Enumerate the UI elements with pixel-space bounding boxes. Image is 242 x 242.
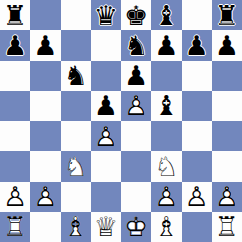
square-d1[interactable]: ♛♕ [91,212,121,242]
square-c3[interactable]: ♞♘ [61,151,91,181]
piece-white-pawn[interactable]: ♟♙ [182,182,212,212]
piece-white-pawn[interactable]: ♟♙ [91,121,121,151]
square-d8[interactable]: ♛ [91,0,121,30]
piece-black-pawn[interactable]: ♟ [121,61,151,91]
square-f4[interactable] [151,121,181,151]
square-d7[interactable] [91,30,121,60]
piece-white-king[interactable]: ♚♔ [121,212,151,242]
piece-white-rook[interactable]: ♜♖ [0,212,30,242]
square-e4[interactable] [121,121,151,151]
square-a7[interactable]: ♟ [0,30,30,60]
piece-black-pawn[interactable]: ♟ [182,30,212,60]
square-g2[interactable]: ♟♙ [182,182,212,212]
piece-white-pawn[interactable]: ♟♙ [121,91,151,121]
square-g7[interactable]: ♟ [182,30,212,60]
square-h3[interactable] [212,151,242,181]
square-e2[interactable] [121,182,151,212]
black-pawn-icon: ♟ [0,30,30,60]
square-a6[interactable] [0,61,30,91]
black-rook-icon: ♜ [212,0,242,30]
piece-black-knight[interactable]: ♞ [121,30,151,60]
piece-black-pawn[interactable]: ♟ [151,30,181,60]
square-c4[interactable] [61,121,91,151]
square-b7[interactable]: ♟ [30,30,60,60]
piece-black-rook[interactable]: ♜ [212,0,242,30]
black-bishop-icon: ♝ [151,91,181,121]
piece-white-knight[interactable]: ♞♘ [151,151,181,181]
square-e3[interactable] [121,151,151,181]
piece-black-pawn[interactable]: ♟ [212,30,242,60]
square-h2[interactable]: ♟♙ [212,182,242,212]
white-pawn-outline-icon: ♙ [91,121,121,151]
black-queen-icon: ♛ [91,0,121,30]
black-king-icon: ♚ [121,0,151,30]
piece-black-pawn[interactable]: ♟ [30,30,60,60]
square-e8[interactable]: ♚ [121,0,151,30]
piece-white-queen[interactable]: ♛♕ [91,212,121,242]
square-b6[interactable] [30,61,60,91]
white-knight-outline-icon: ♘ [151,151,181,181]
square-b2[interactable]: ♟♙ [30,182,60,212]
square-f5[interactable]: ♝ [151,91,181,121]
white-rook-outline-icon: ♖ [212,212,242,242]
square-h7[interactable]: ♟ [212,30,242,60]
black-knight-icon: ♞ [121,30,151,60]
square-g6[interactable] [182,61,212,91]
piece-white-pawn[interactable]: ♟♙ [30,182,60,212]
square-c1[interactable]: ♝♗ [61,212,91,242]
piece-black-pawn[interactable]: ♟ [91,91,121,121]
square-d2[interactable] [91,182,121,212]
piece-white-pawn[interactable]: ♟♙ [212,182,242,212]
black-bishop-icon: ♝ [151,0,181,30]
square-a4[interactable] [0,121,30,151]
square-e7[interactable]: ♞ [121,30,151,60]
square-c8[interactable] [61,0,91,30]
white-knight-outline-icon: ♘ [61,151,91,181]
square-a5[interactable] [0,91,30,121]
square-g8[interactable] [182,0,212,30]
white-pawn-outline-icon: ♙ [30,182,60,212]
square-f6[interactable] [151,61,181,91]
black-pawn-icon: ♟ [121,61,151,91]
white-bishop-outline-icon: ♗ [151,212,181,242]
piece-black-bishop[interactable]: ♝ [151,91,181,121]
square-d4[interactable]: ♟♙ [91,121,121,151]
square-f1[interactable]: ♝♗ [151,212,181,242]
black-knight-icon: ♞ [61,61,91,91]
piece-black-pawn[interactable]: ♟ [0,30,30,60]
square-g1[interactable] [182,212,212,242]
square-f3[interactable]: ♞♘ [151,151,181,181]
square-a8[interactable]: ♜ [0,0,30,30]
piece-white-bishop[interactable]: ♝♗ [151,212,181,242]
black-pawn-icon: ♟ [91,91,121,121]
piece-black-king[interactable]: ♚ [121,0,151,30]
square-a2[interactable]: ♟♙ [0,182,30,212]
square-h8[interactable]: ♜ [212,0,242,30]
white-rook-outline-icon: ♖ [0,212,30,242]
white-pawn-outline-icon: ♙ [182,182,212,212]
square-f2[interactable]: ♟♙ [151,182,181,212]
white-pawn-outline-icon: ♙ [121,91,151,121]
square-b3[interactable] [30,151,60,181]
square-e1[interactable]: ♚♔ [121,212,151,242]
piece-white-pawn[interactable]: ♟♙ [151,182,181,212]
square-f8[interactable]: ♝ [151,0,181,30]
square-h1[interactable]: ♜♖ [212,212,242,242]
black-pawn-icon: ♟ [30,30,60,60]
white-pawn-outline-icon: ♙ [151,182,181,212]
square-a3[interactable] [0,151,30,181]
square-c7[interactable] [61,30,91,60]
piece-black-bishop[interactable]: ♝ [151,0,181,30]
square-e6[interactable]: ♟ [121,61,151,91]
square-b8[interactable] [30,0,60,30]
square-c2[interactable] [61,182,91,212]
white-king-outline-icon: ♔ [121,212,151,242]
black-rook-icon: ♜ [0,0,30,30]
piece-black-knight[interactable]: ♞ [61,61,91,91]
square-b1[interactable] [30,212,60,242]
square-b5[interactable] [30,91,60,121]
square-f7[interactable]: ♟ [151,30,181,60]
square-d6[interactable] [91,61,121,91]
piece-white-bishop[interactable]: ♝♗ [61,212,91,242]
square-d3[interactable] [91,151,121,181]
square-c6[interactable]: ♞ [61,61,91,91]
white-bishop-outline-icon: ♗ [61,212,91,242]
square-d5[interactable]: ♟ [91,91,121,121]
black-pawn-icon: ♟ [182,30,212,60]
piece-black-queen[interactable]: ♛ [91,0,121,30]
square-e5[interactable]: ♟♙ [121,91,151,121]
black-pawn-icon: ♟ [212,30,242,60]
white-pawn-outline-icon: ♙ [212,182,242,212]
square-g4[interactable] [182,121,212,151]
black-pawn-icon: ♟ [151,30,181,60]
white-queen-outline-icon: ♕ [91,212,121,242]
square-c5[interactable] [61,91,91,121]
square-h5[interactable] [212,91,242,121]
square-b4[interactable] [30,121,60,151]
piece-white-knight[interactable]: ♞♘ [61,151,91,181]
square-a1[interactable]: ♜♖ [0,212,30,242]
piece-white-pawn[interactable]: ♟♙ [0,182,30,212]
square-g5[interactable] [182,91,212,121]
square-h6[interactable] [212,61,242,91]
piece-black-rook[interactable]: ♜ [0,0,30,30]
piece-white-rook[interactable]: ♜♖ [212,212,242,242]
chess-board: ♜♛♚♝♜♟♟♞♟♟♟♞♟♟♟♙♝♟♙♞♘♞♘♟♙♟♙♟♙♟♙♟♙♜♖♝♗♛♕♚… [0,0,242,242]
white-pawn-outline-icon: ♙ [0,182,30,212]
square-h4[interactable] [212,121,242,151]
square-g3[interactable] [182,151,212,181]
